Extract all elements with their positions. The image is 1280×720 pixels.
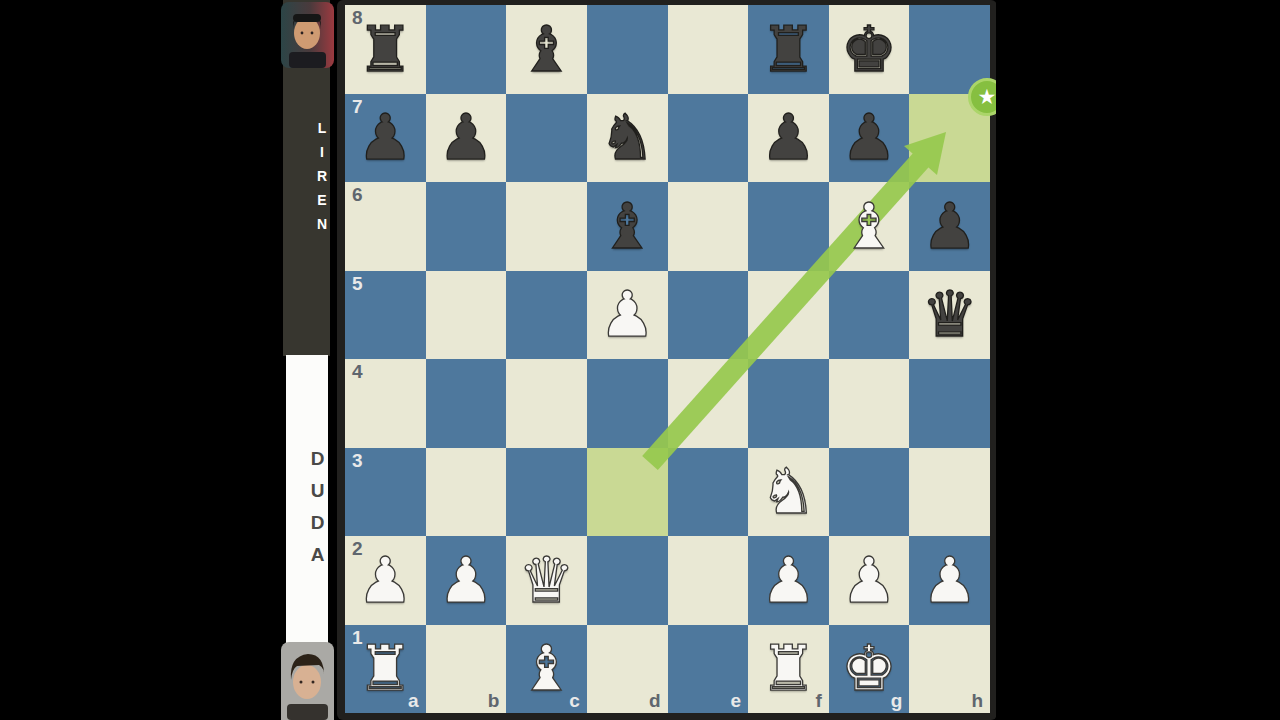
square-c4[interactable] <box>506 359 587 448</box>
white-pawn-f2[interactable]: ♟ <box>748 536 829 625</box>
square-b1[interactable]: b <box>426 625 507 714</box>
square-f6[interactable] <box>748 182 829 271</box>
square-b4[interactable] <box>426 359 507 448</box>
square-a7[interactable]: 7♟ <box>345 94 426 183</box>
rank-label-5: 5 <box>352 274 363 293</box>
square-f1[interactable]: f♜ <box>748 625 829 714</box>
black-queen-h5[interactable]: ♛ <box>909 271 990 360</box>
square-e4[interactable] <box>668 359 749 448</box>
square-c6[interactable] <box>506 182 587 271</box>
white-queen-c2[interactable]: ♛ <box>506 536 587 625</box>
square-d4[interactable] <box>587 359 668 448</box>
square-c2[interactable]: ♛ <box>506 536 587 625</box>
black-rook-f8[interactable]: ♜ <box>748 5 829 94</box>
square-d6[interactable]: ♝ <box>587 182 668 271</box>
square-e2[interactable] <box>668 536 749 625</box>
square-e3[interactable] <box>668 448 749 537</box>
letterbox-right <box>996 0 1280 720</box>
player-photo-duda <box>281 642 334 720</box>
square-h5[interactable]: ♛ <box>909 271 990 360</box>
square-h1[interactable]: h <box>909 625 990 714</box>
square-g4[interactable] <box>829 359 910 448</box>
square-a1[interactable]: 1a♜ <box>345 625 426 714</box>
black-pawn-f7[interactable]: ♟ <box>748 94 829 183</box>
square-g2[interactable]: ♟ <box>829 536 910 625</box>
black-king-g8[interactable]: ♚ <box>829 5 910 94</box>
white-pawn-d5[interactable]: ♟ <box>587 271 668 360</box>
square-h6[interactable]: ♟ <box>909 182 990 271</box>
square-f8[interactable]: ♜ <box>748 5 829 94</box>
white-bishop-c1[interactable]: ♝ <box>506 625 587 714</box>
square-b6[interactable] <box>426 182 507 271</box>
white-pawn-g2[interactable]: ♟ <box>829 536 910 625</box>
square-a2[interactable]: 2♟ <box>345 536 426 625</box>
file-label-d: d <box>649 691 661 710</box>
square-d2[interactable] <box>587 536 668 625</box>
black-pawn-a7[interactable]: ♟ <box>345 94 426 183</box>
square-b7[interactable]: ♟ <box>426 94 507 183</box>
square-e8[interactable] <box>668 5 749 94</box>
square-d8[interactable] <box>587 5 668 94</box>
square-b8[interactable] <box>426 5 507 94</box>
square-d5[interactable]: ♟ <box>587 271 668 360</box>
rank-label-4: 4 <box>352 362 363 381</box>
square-g5[interactable] <box>829 271 910 360</box>
square-c5[interactable] <box>506 271 587 360</box>
square-d3[interactable] <box>587 448 668 537</box>
square-g6[interactable]: ♝ <box>829 182 910 271</box>
square-a8[interactable]: 8♜ <box>345 5 426 94</box>
player-photo-liren <box>281 2 334 68</box>
chess-board[interactable]: ★ 8♜♝♜♚7♟♟♞♟♟6♝♝♟5♟♛43♞2♟♟♛♟♟♟1a♜bc♝def♜… <box>345 5 990 713</box>
black-rook-a8[interactable]: ♜ <box>345 5 426 94</box>
square-c3[interactable] <box>506 448 587 537</box>
square-c8[interactable]: ♝ <box>506 5 587 94</box>
white-knight-f3[interactable]: ♞ <box>748 448 829 537</box>
square-g8[interactable]: ♚ <box>829 5 910 94</box>
file-label-b: b <box>488 691 500 710</box>
square-g1[interactable]: g♚ <box>829 625 910 714</box>
player-name-bottom: DUDA <box>286 448 328 576</box>
square-e7[interactable] <box>668 94 749 183</box>
white-king-g1[interactable]: ♚ <box>829 625 910 714</box>
square-h2[interactable]: ♟ <box>909 536 990 625</box>
square-d1[interactable]: d <box>587 625 668 714</box>
square-a4[interactable]: 4 <box>345 359 426 448</box>
file-label-e: e <box>731 691 742 710</box>
black-bishop-d6[interactable]: ♝ <box>587 182 668 271</box>
black-pawn-g7[interactable]: ♟ <box>829 94 910 183</box>
square-f4[interactable] <box>748 359 829 448</box>
square-e1[interactable]: e <box>668 625 749 714</box>
player-name-top: LIREN <box>283 120 330 240</box>
liren-avatar <box>281 2 334 68</box>
white-pawn-b2[interactable]: ♟ <box>426 536 507 625</box>
rank-label-6: 6 <box>352 185 363 204</box>
white-bishop-g6[interactable]: ♝ <box>829 182 910 271</box>
letterbox-left <box>0 0 283 720</box>
square-a3[interactable]: 3 <box>345 448 426 537</box>
square-f5[interactable] <box>748 271 829 360</box>
square-a6[interactable]: 6 <box>345 182 426 271</box>
video-frame: LIREN DUDA ★ 8♜♝♜♚7♟♟♞♟♟6♝♝♟5♟♛43♞2♟♟♛♟♟… <box>0 0 1280 720</box>
black-knight-d7[interactable]: ♞ <box>587 94 668 183</box>
square-g7[interactable]: ♟ <box>829 94 910 183</box>
black-pawn-b7[interactable]: ♟ <box>426 94 507 183</box>
white-pawn-a2[interactable]: ♟ <box>345 536 426 625</box>
square-f7[interactable]: ♟ <box>748 94 829 183</box>
square-f3[interactable]: ♞ <box>748 448 829 537</box>
board-frame: ★ 8♜♝♜♚7♟♟♞♟♟6♝♝♟5♟♛43♞2♟♟♛♟♟♟1a♜bc♝def♜… <box>337 0 997 720</box>
white-rook-f1[interactable]: ♜ <box>748 625 829 714</box>
square-c1[interactable]: c♝ <box>506 625 587 714</box>
black-pawn-h6[interactable]: ♟ <box>909 182 990 271</box>
square-b5[interactable] <box>426 271 507 360</box>
rank-label-3: 3 <box>352 451 363 470</box>
square-e5[interactable] <box>668 271 749 360</box>
black-bishop-c8[interactable]: ♝ <box>506 5 587 94</box>
square-b2[interactable]: ♟ <box>426 536 507 625</box>
square-f2[interactable]: ♟ <box>748 536 829 625</box>
square-g3[interactable] <box>829 448 910 537</box>
white-rook-a1[interactable]: ♜ <box>345 625 426 714</box>
square-h3[interactable] <box>909 448 990 537</box>
square-b3[interactable] <box>426 448 507 537</box>
white-pawn-h2[interactable]: ♟ <box>909 536 990 625</box>
square-c7[interactable] <box>506 94 587 183</box>
square-h4[interactable] <box>909 359 990 448</box>
square-d7[interactable]: ♞ <box>587 94 668 183</box>
square-e6[interactable] <box>668 182 749 271</box>
square-a5[interactable]: 5 <box>345 271 426 360</box>
file-label-h: h <box>971 691 983 710</box>
duda-avatar <box>281 642 334 720</box>
